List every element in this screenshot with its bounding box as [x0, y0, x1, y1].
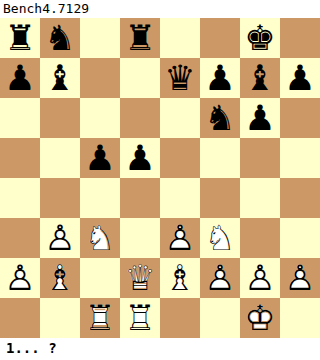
white-king: ♚♔ [240, 298, 280, 338]
white-knight: ♞♘ [200, 218, 240, 258]
square-f5[interactable] [200, 138, 240, 178]
piece-outline: ♙ [0, 258, 40, 298]
square-b8[interactable]: ♞ [40, 18, 80, 58]
piece-outline: ♙ [240, 258, 280, 298]
white-knight: ♞♘ [80, 218, 120, 258]
chess-app-window: Bench4.7129 ♜♞♜♚♟♝♛♟♝♟♞♟♟♟♟♙♞♘♟♙♞♘♟♙♝♗♛♕… [0, 0, 320, 360]
move-prompt: 1... ? [0, 338, 320, 360]
square-g2[interactable]: ♟♙ [240, 258, 280, 298]
white-rook: ♜♖ [80, 298, 120, 338]
square-a6[interactable] [0, 98, 40, 138]
piece-outline: ♗ [160, 258, 200, 298]
piece-outline: ♗ [40, 258, 80, 298]
square-a7[interactable]: ♟ [0, 58, 40, 98]
piece-outline: ♙ [280, 258, 320, 298]
square-b6[interactable] [40, 98, 80, 138]
square-g4[interactable] [240, 178, 280, 218]
square-g6[interactable]: ♟ [240, 98, 280, 138]
square-f8[interactable] [200, 18, 240, 58]
square-d3[interactable] [120, 218, 160, 258]
square-g8[interactable]: ♚ [240, 18, 280, 58]
square-c8[interactable] [80, 18, 120, 58]
square-e7[interactable]: ♛ [160, 58, 200, 98]
square-h1[interactable] [280, 298, 320, 338]
square-b7[interactable]: ♝ [40, 58, 80, 98]
square-a4[interactable] [0, 178, 40, 218]
square-f4[interactable] [200, 178, 240, 218]
square-g1[interactable]: ♚♔ [240, 298, 280, 338]
white-pawn: ♟♙ [200, 258, 240, 298]
black-pawn: ♟ [240, 98, 280, 138]
square-b2[interactable]: ♝♗ [40, 258, 80, 298]
piece-outline: ♖ [120, 298, 160, 338]
square-a3[interactable] [0, 218, 40, 258]
window-title: Bench4.7129 [0, 0, 320, 18]
piece-outline: ♘ [200, 218, 240, 258]
square-b4[interactable] [40, 178, 80, 218]
white-pawn: ♟♙ [0, 258, 40, 298]
square-f1[interactable] [200, 298, 240, 338]
square-d2[interactable]: ♛♕ [120, 258, 160, 298]
black-king: ♚ [240, 18, 280, 58]
black-bishop: ♝ [240, 58, 280, 98]
square-b5[interactable] [40, 138, 80, 178]
square-f6[interactable]: ♞ [200, 98, 240, 138]
white-bishop: ♝♗ [40, 258, 80, 298]
black-pawn: ♟ [80, 138, 120, 178]
square-h8[interactable] [280, 18, 320, 58]
white-pawn: ♟♙ [40, 218, 80, 258]
black-pawn: ♟ [280, 58, 320, 98]
black-rook: ♜ [120, 18, 160, 58]
square-d7[interactable] [120, 58, 160, 98]
piece-outline: ♙ [200, 258, 240, 298]
square-g7[interactable]: ♝ [240, 58, 280, 98]
square-c3[interactable]: ♞♘ [80, 218, 120, 258]
square-g3[interactable] [240, 218, 280, 258]
square-e1[interactable] [160, 298, 200, 338]
square-b3[interactable]: ♟♙ [40, 218, 80, 258]
white-rook: ♜♖ [120, 298, 160, 338]
square-h6[interactable] [280, 98, 320, 138]
square-c4[interactable] [80, 178, 120, 218]
square-a8[interactable]: ♜ [0, 18, 40, 58]
square-e4[interactable] [160, 178, 200, 218]
square-e5[interactable] [160, 138, 200, 178]
square-c1[interactable]: ♜♖ [80, 298, 120, 338]
square-c7[interactable] [80, 58, 120, 98]
black-bishop: ♝ [40, 58, 80, 98]
black-queen: ♛ [160, 58, 200, 98]
piece-outline: ♖ [80, 298, 120, 338]
square-e8[interactable] [160, 18, 200, 58]
square-e6[interactable] [160, 98, 200, 138]
square-h3[interactable] [280, 218, 320, 258]
black-pawn: ♟ [200, 58, 240, 98]
white-pawn: ♟♙ [280, 258, 320, 298]
square-e2[interactable]: ♝♗ [160, 258, 200, 298]
square-d8[interactable]: ♜ [120, 18, 160, 58]
square-c6[interactable] [80, 98, 120, 138]
white-queen: ♛♕ [120, 258, 160, 298]
square-a5[interactable] [0, 138, 40, 178]
square-h2[interactable]: ♟♙ [280, 258, 320, 298]
black-rook: ♜ [0, 18, 40, 58]
square-e3[interactable]: ♟♙ [160, 218, 200, 258]
square-f7[interactable]: ♟ [200, 58, 240, 98]
black-knight: ♞ [200, 98, 240, 138]
square-g5[interactable] [240, 138, 280, 178]
black-pawn: ♟ [120, 138, 160, 178]
square-a1[interactable] [0, 298, 40, 338]
piece-outline: ♙ [40, 218, 80, 258]
square-b1[interactable] [40, 298, 80, 338]
piece-outline: ♕ [120, 258, 160, 298]
white-bishop: ♝♗ [160, 258, 200, 298]
square-h5[interactable] [280, 138, 320, 178]
square-h4[interactable] [280, 178, 320, 218]
black-knight: ♞ [40, 18, 80, 58]
square-f2[interactable]: ♟♙ [200, 258, 240, 298]
square-d5[interactable]: ♟ [120, 138, 160, 178]
square-d1[interactable]: ♜♖ [120, 298, 160, 338]
white-pawn: ♟♙ [240, 258, 280, 298]
piece-outline: ♙ [160, 218, 200, 258]
square-a2[interactable]: ♟♙ [0, 258, 40, 298]
square-f3[interactable]: ♞♘ [200, 218, 240, 258]
black-pawn: ♟ [0, 58, 40, 98]
white-pawn: ♟♙ [160, 218, 200, 258]
piece-outline: ♘ [80, 218, 120, 258]
square-d4[interactable] [120, 178, 160, 218]
chess-board[interactable]: ♜♞♜♚♟♝♛♟♝♟♞♟♟♟♟♙♞♘♟♙♞♘♟♙♝♗♛♕♝♗♟♙♟♙♟♙♜♖♜♖… [0, 18, 320, 338]
square-c2[interactable] [80, 258, 120, 298]
square-c5[interactable]: ♟ [80, 138, 120, 178]
piece-outline: ♔ [240, 298, 280, 338]
square-d6[interactable] [120, 98, 160, 138]
square-h7[interactable]: ♟ [280, 58, 320, 98]
